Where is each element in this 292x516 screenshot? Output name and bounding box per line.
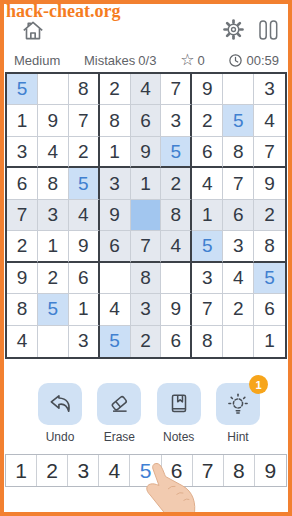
sudoku-grid: 5824793197863254342195687685312479734981…	[5, 72, 287, 359]
pause-icon	[256, 18, 281, 42]
settings-button[interactable]	[221, 17, 246, 42]
cell-r6c6[interactable]: 4	[161, 231, 192, 262]
cell-r2c6[interactable]: 3	[161, 105, 192, 136]
cell-r5c7[interactable]: 1	[192, 200, 223, 231]
cell-r9c5[interactable]: 2	[131, 326, 162, 357]
cell-r6c2[interactable]: 1	[38, 231, 69, 262]
cell-r9c3[interactable]: 3	[69, 326, 100, 357]
gear-icon	[221, 17, 246, 42]
toolbar: Undo Erase N	[37, 383, 261, 444]
notes-label: Notes	[163, 430, 194, 444]
cell-r4c1[interactable]: 6	[7, 168, 38, 199]
score-counter: ☆ 0	[180, 52, 205, 68]
undo-icon	[47, 391, 73, 417]
cell-r3c8[interactable]: 8	[223, 137, 254, 168]
cell-r7c1[interactable]: 9	[7, 263, 38, 294]
cell-r4c5[interactable]: 1	[131, 168, 162, 199]
cell-r5c9[interactable]: 2	[254, 200, 285, 231]
cell-r8c7[interactable]: 7	[192, 294, 223, 325]
numpad-key-2[interactable]: 2	[37, 455, 68, 486]
cell-r1c1[interactable]: 5	[7, 74, 38, 105]
cell-r8c2[interactable]: 5	[38, 294, 69, 325]
star-icon: ☆	[180, 52, 194, 68]
pause-button[interactable]	[256, 18, 281, 42]
cell-r9c8[interactable]	[223, 326, 254, 357]
cell-r1c4[interactable]: 2	[100, 74, 131, 105]
cell-r1c7[interactable]: 9	[192, 74, 223, 105]
cell-r3c2[interactable]: 4	[38, 137, 69, 168]
cell-r4c7[interactable]: 4	[192, 168, 223, 199]
cell-r9c9[interactable]: 1	[254, 326, 285, 357]
cell-r3c1[interactable]: 3	[7, 137, 38, 168]
cell-r5c5[interactable]	[131, 200, 162, 231]
cell-r9c1[interactable]: 4	[7, 326, 38, 357]
eraser-icon	[106, 391, 132, 417]
cell-r9c6[interactable]: 6	[161, 326, 192, 357]
cell-r2c9[interactable]: 4	[254, 105, 285, 136]
cell-r8c3[interactable]: 1	[69, 294, 100, 325]
cell-r1c3[interactable]: 8	[69, 74, 100, 105]
cell-r4c8[interactable]: 7	[223, 168, 254, 199]
watermark-text: hack-cheat.org	[6, 1, 120, 22]
cell-r7c9[interactable]: 5	[254, 263, 285, 294]
cell-r2c3[interactable]: 7	[69, 105, 100, 136]
cell-r9c4[interactable]: 5	[100, 326, 131, 357]
cell-r2c1[interactable]: 1	[7, 105, 38, 136]
mistakes-counter: Mistakes 0/3	[84, 53, 156, 68]
cell-r5c2[interactable]: 3	[38, 200, 69, 231]
cell-r5c6[interactable]: 8	[161, 200, 192, 231]
cell-r6c4[interactable]: 6	[100, 231, 131, 262]
undo-button[interactable]: Undo	[37, 383, 83, 444]
cell-r6c5[interactable]: 7	[131, 231, 162, 262]
cell-r1c6[interactable]: 7	[161, 74, 192, 105]
clock-icon	[228, 53, 243, 68]
cell-r3c7[interactable]: 6	[192, 137, 223, 168]
cell-r9c7[interactable]: 8	[192, 326, 223, 357]
cell-r8c6[interactable]: 9	[161, 294, 192, 325]
hint-label: Hint	[227, 430, 248, 444]
cell-r7c3[interactable]: 6	[69, 263, 100, 294]
cell-r4c3[interactable]: 5	[69, 168, 100, 199]
cell-r6c1[interactable]: 2	[7, 231, 38, 262]
cell-r5c4[interactable]: 9	[100, 200, 131, 231]
numpad-key-4[interactable]: 4	[99, 455, 130, 486]
cell-r1c5[interactable]: 4	[131, 74, 162, 105]
cell-r8c9[interactable]: 6	[254, 294, 285, 325]
status-bar: Medium Mistakes 0/3 ☆ 0 00:59	[14, 51, 279, 69]
numpad-key-3[interactable]: 3	[68, 455, 99, 486]
hint-icon	[225, 391, 251, 417]
cell-r3c6[interactable]: 5	[161, 137, 192, 168]
cell-r4c6[interactable]: 2	[161, 168, 192, 199]
hint-badge: 1	[249, 375, 268, 394]
hand-cursor	[137, 462, 199, 516]
cell-r2c4[interactable]: 8	[100, 105, 131, 136]
cell-r8c5[interactable]: 3	[131, 294, 162, 325]
notes-button[interactable]: Notes	[156, 383, 202, 444]
numpad-key-8[interactable]: 8	[224, 455, 255, 486]
cell-r2c2[interactable]: 9	[38, 105, 69, 136]
numpad-key-9[interactable]: 9	[255, 455, 286, 486]
cell-r3c5[interactable]: 9	[131, 137, 162, 168]
cell-r3c9[interactable]: 7	[254, 137, 285, 168]
erase-label: Erase	[104, 430, 135, 444]
cell-r1c2[interactable]	[38, 74, 69, 105]
notes-icon	[166, 391, 192, 417]
cell-r4c4[interactable]: 3	[100, 168, 131, 199]
app-window: hack-cheat.org Medium	[0, 0, 292, 516]
undo-label: Undo	[46, 430, 75, 444]
cell-r6c8[interactable]: 3	[223, 231, 254, 262]
cell-r1c8[interactable]	[223, 74, 254, 105]
difficulty-label: Medium	[14, 53, 60, 68]
cell-r6c9[interactable]: 8	[254, 231, 285, 262]
cell-r5c8[interactable]: 6	[223, 200, 254, 231]
cell-r7c6[interactable]	[161, 263, 192, 294]
cell-r8c4[interactable]: 4	[100, 294, 131, 325]
cell-r8c8[interactable]: 2	[223, 294, 254, 325]
cell-r7c4[interactable]	[100, 263, 131, 294]
cell-r7c2[interactable]: 2	[38, 263, 69, 294]
erase-button[interactable]: Erase	[96, 383, 142, 444]
cell-r3c4[interactable]: 1	[100, 137, 131, 168]
cell-r9c2[interactable]	[38, 326, 69, 357]
cell-r1c9[interactable]: 3	[254, 74, 285, 105]
cell-r2c7[interactable]: 2	[192, 105, 223, 136]
cell-r5c3[interactable]: 4	[69, 200, 100, 231]
numpad-key-1[interactable]: 1	[6, 455, 37, 486]
cell-r7c8[interactable]: 4	[223, 263, 254, 294]
cell-r6c3[interactable]: 9	[69, 231, 100, 262]
cell-r7c7[interactable]: 3	[192, 263, 223, 294]
cell-r3c3[interactable]: 2	[69, 137, 100, 168]
cell-r2c5[interactable]: 6	[131, 105, 162, 136]
cell-r8c1[interactable]: 8	[7, 294, 38, 325]
cell-r4c9[interactable]: 9	[254, 168, 285, 199]
cell-r2c8[interactable]: 5	[223, 105, 254, 136]
cell-r6c7[interactable]: 5	[192, 231, 223, 262]
timer: 00:59	[228, 53, 279, 68]
cell-r5c1[interactable]: 7	[7, 200, 38, 231]
cell-r4c2[interactable]: 8	[38, 168, 69, 199]
cell-r7c5[interactable]: 8	[131, 263, 162, 294]
hint-button[interactable]: 1 Hint	[215, 383, 261, 444]
